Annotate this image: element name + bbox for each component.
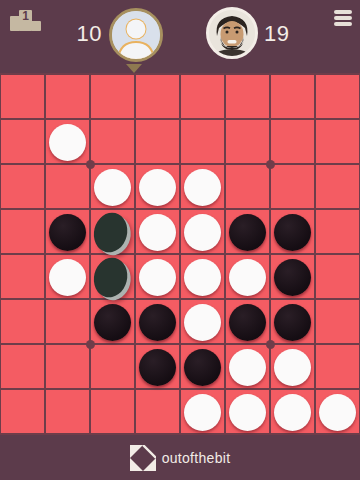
white-disc [49,259,86,296]
board-cell[interactable] [90,120,135,165]
board-cell[interactable] [180,300,225,345]
white-disc [94,169,131,206]
header-bar: 1 10 19 [0,0,360,73]
white-disc [229,259,266,296]
board-cell[interactable] [315,165,360,210]
board-cell[interactable] [45,165,90,210]
turn-indicator-arrow [126,64,142,73]
menu-bar [334,22,352,26]
white-disc [229,394,266,431]
board-cell[interactable] [135,120,180,165]
board-cell[interactable] [0,210,45,255]
board-cell[interactable] [90,75,135,120]
board-cell[interactable] [270,120,315,165]
white-disc [319,394,356,431]
white-disc [184,259,221,296]
right-player-score: 19 [264,20,308,48]
star-point [86,160,95,169]
board-cell[interactable] [180,75,225,120]
menu-bar [334,16,352,20]
black-disc [139,349,176,386]
board-cell[interactable] [180,255,225,300]
star-point [266,340,275,349]
white-disc [184,304,221,341]
board-cell[interactable] [180,210,225,255]
board-cell[interactable] [135,300,180,345]
board-cell[interactable] [225,75,270,120]
menu-bar [334,10,352,14]
board-cell[interactable] [225,210,270,255]
board-cell[interactable] [90,390,135,435]
board-cell[interactable] [180,165,225,210]
board-cell[interactable] [225,120,270,165]
black-disc [229,304,266,341]
board-cell[interactable] [315,390,360,435]
board-cell[interactable] [45,255,90,300]
board-cell[interactable] [0,390,45,435]
white-disc [49,124,86,161]
board-cell[interactable] [270,165,315,210]
board-cell[interactable] [315,255,360,300]
leaderboard-icon[interactable]: 1 [10,10,42,31]
outofthebit-logo-icon [130,445,156,471]
black-disc [184,349,221,386]
white-disc [274,349,311,386]
black-disc [49,214,86,251]
star-point [266,160,275,169]
board-cell[interactable] [180,390,225,435]
board-cell[interactable] [45,210,90,255]
white-disc [229,349,266,386]
silhouette-avatar-icon [112,11,160,59]
left-player-score: 10 [58,20,102,48]
left-player-avatar [109,8,163,62]
board-cell[interactable] [315,210,360,255]
board-cell[interactable] [225,345,270,390]
board-cell[interactable] [0,255,45,300]
board-cell[interactable] [315,300,360,345]
flipping-disc [90,209,132,256]
podium-bar-third [31,21,41,31]
white-disc [184,214,221,251]
board-cell[interactable] [135,390,180,435]
flipping-disc [90,254,132,301]
board-cell[interactable] [270,390,315,435]
board-cell[interactable] [90,210,135,255]
footer-bar: outofthebit [0,435,360,480]
board-cell[interactable] [270,75,315,120]
board-cell[interactable] [180,345,225,390]
black-disc [229,214,266,251]
board-cell[interactable] [135,255,180,300]
black-disc [274,304,311,341]
board-cell[interactable] [225,390,270,435]
white-disc [184,394,221,431]
board-cell[interactable] [135,345,180,390]
board-cell[interactable] [225,165,270,210]
board-cell[interactable] [315,120,360,165]
white-disc [139,259,176,296]
board-cell[interactable] [90,300,135,345]
black-disc [274,214,311,251]
white-disc [184,169,221,206]
board-cell[interactable] [225,255,270,300]
hamburger-menu-button[interactable] [334,10,352,26]
board-cell[interactable] [135,165,180,210]
board-cell[interactable] [225,300,270,345]
black-disc [274,259,311,296]
podium-rank-digit: 1 [22,10,29,23]
board-cell[interactable] [270,210,315,255]
right-player-avatar [206,7,258,59]
board-cell[interactable] [90,255,135,300]
bearded-man-photo [209,10,255,56]
board-cell[interactable] [45,345,90,390]
board-cell[interactable] [180,120,225,165]
board-cell[interactable] [45,120,90,165]
brand-name: outofthebit [162,450,231,466]
board-cell[interactable] [0,300,45,345]
board-cell[interactable] [270,255,315,300]
board-grid [0,75,360,435]
board-cell[interactable] [90,165,135,210]
board-cell[interactable] [45,300,90,345]
board-cell[interactable] [135,210,180,255]
board-cell[interactable] [0,345,45,390]
board-cell[interactable] [0,165,45,210]
board-cell[interactable] [135,75,180,120]
board-cell[interactable] [0,120,45,165]
othello-board [0,73,360,435]
board-cell[interactable] [270,345,315,390]
board-cell[interactable] [270,300,315,345]
board-cell[interactable] [45,75,90,120]
white-disc [274,394,311,431]
board-cell[interactable] [315,75,360,120]
white-disc [139,214,176,251]
black-disc [94,304,131,341]
black-disc [139,304,176,341]
board-cell[interactable] [45,390,90,435]
star-point [86,340,95,349]
white-disc [139,169,176,206]
board-cell[interactable] [315,345,360,390]
board-cell[interactable] [0,75,45,120]
board-cell[interactable] [90,345,135,390]
